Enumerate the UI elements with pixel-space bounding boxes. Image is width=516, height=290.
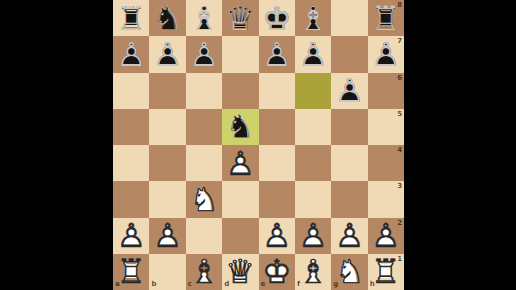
square-a4[interactable]: [113, 145, 149, 181]
square-h6[interactable]: 6: [368, 73, 404, 109]
square-a8[interactable]: ♜♖: [113, 0, 149, 36]
piece-glyph-outline: ♙: [259, 36, 295, 72]
piece-black-bishop[interactable]: ♝♗: [186, 0, 222, 36]
piece-glyph-fill: ♞: [222, 109, 258, 145]
piece-glyph-fill: ♛: [222, 254, 258, 290]
piece-glyph-outline: ♙: [331, 218, 367, 254]
piece-glyph-fill: ♟: [259, 36, 295, 72]
piece-glyph-fill: ♟: [149, 36, 185, 72]
square-a5[interactable]: [113, 109, 149, 145]
square-d8[interactable]: ♛♕: [222, 0, 258, 36]
square-h3[interactable]: 3: [368, 181, 404, 217]
piece-black-knight[interactable]: ♞♘: [149, 0, 185, 36]
piece-glyph-outline: ♙: [186, 36, 222, 72]
square-g4[interactable]: [331, 145, 367, 181]
piece-black-pawn[interactable]: ♟♙: [113, 36, 149, 72]
piece-glyph-outline: ♙: [113, 218, 149, 254]
square-e6[interactable]: [259, 73, 295, 109]
square-g3[interactable]: [331, 181, 367, 217]
square-d5[interactable]: ♞♘: [222, 109, 258, 145]
rank-label-5: 5: [397, 111, 402, 118]
square-c7[interactable]: ♟♙: [186, 36, 222, 72]
square-f3[interactable]: [295, 181, 331, 217]
piece-white-pawn[interactable]: ♟♙: [149, 218, 185, 254]
square-a1[interactable]: ♜♖a: [113, 254, 149, 290]
piece-glyph-outline: ♗: [295, 254, 331, 290]
piece-glyph-outline: ♖: [113, 254, 149, 290]
piece-glyph-fill: ♟: [113, 218, 149, 254]
square-f8[interactable]: ♝♗: [295, 0, 331, 36]
square-c4[interactable]: [186, 145, 222, 181]
piece-glyph-outline: ♙: [113, 36, 149, 72]
piece-glyph-fill: ♟: [259, 218, 295, 254]
piece-glyph-fill: ♞: [186, 181, 222, 217]
square-c1[interactable]: ♝♗c: [186, 254, 222, 290]
piece-glyph-outline: ♔: [259, 0, 295, 36]
piece-glyph-outline: ♙: [149, 218, 185, 254]
piece-glyph-fill: ♟: [368, 36, 404, 72]
piece-glyph-fill: ♟: [222, 145, 258, 181]
square-h7[interactable]: ♟♙7: [368, 36, 404, 72]
piece-glyph-outline: ♙: [259, 218, 295, 254]
piece-glyph-fill: ♟: [295, 36, 331, 72]
piece-black-pawn[interactable]: ♟♙: [186, 36, 222, 72]
square-h1[interactable]: ♜♖h1: [368, 254, 404, 290]
piece-black-pawn[interactable]: ♟♙: [259, 36, 295, 72]
piece-glyph-outline: ♙: [368, 36, 404, 72]
square-a6[interactable]: [113, 73, 149, 109]
square-c2[interactable]: [186, 218, 222, 254]
piece-glyph-outline: ♘: [331, 254, 367, 290]
square-e8[interactable]: ♚♔: [259, 0, 295, 36]
square-b5[interactable]: [149, 109, 185, 145]
piece-black-pawn[interactable]: ♟♙: [331, 73, 367, 109]
piece-black-pawn[interactable]: ♟♙: [368, 36, 404, 72]
square-g2[interactable]: ♟♙: [331, 218, 367, 254]
piece-glyph-fill: ♟: [295, 218, 331, 254]
piece-white-knight[interactable]: ♞♘: [186, 181, 222, 217]
piece-glyph-outline: ♙: [222, 145, 258, 181]
piece-white-pawn[interactable]: ♟♙: [113, 218, 149, 254]
piece-white-pawn[interactable]: ♟♙: [222, 145, 258, 181]
square-h5[interactable]: 5: [368, 109, 404, 145]
piece-glyph-outline: ♙: [331, 73, 367, 109]
piece-white-king[interactable]: ♚♔: [259, 254, 295, 290]
piece-glyph-fill: ♝: [295, 254, 331, 290]
square-f1[interactable]: ♝♗f: [295, 254, 331, 290]
piece-black-pawn[interactable]: ♟♙: [295, 36, 331, 72]
piece-glyph-fill: ♟: [113, 36, 149, 72]
piece-glyph-fill: ♝: [186, 254, 222, 290]
square-f7[interactable]: ♟♙: [295, 36, 331, 72]
letterbox-left: [0, 0, 113, 290]
square-e2[interactable]: ♟♙: [259, 218, 295, 254]
square-b3[interactable]: [149, 181, 185, 217]
piece-glyph-outline: ♖: [368, 254, 404, 290]
piece-glyph-fill: ♛: [222, 0, 258, 36]
piece-black-pawn[interactable]: ♟♙: [149, 36, 185, 72]
square-d3[interactable]: [222, 181, 258, 217]
square-d7[interactable]: [222, 36, 258, 72]
square-b6[interactable]: [149, 73, 185, 109]
piece-black-rook[interactable]: ♜♖: [113, 0, 149, 36]
square-g6[interactable]: ♟♙: [331, 73, 367, 109]
square-e7[interactable]: ♟♙: [259, 36, 295, 72]
square-c8[interactable]: ♝♗: [186, 0, 222, 36]
piece-glyph-outline: ♗: [295, 0, 331, 36]
piece-glyph-outline: ♖: [113, 0, 149, 36]
square-c3[interactable]: ♞♘: [186, 181, 222, 217]
piece-glyph-fill: ♟: [331, 73, 367, 109]
piece-white-knight[interactable]: ♞♘: [331, 254, 367, 290]
piece-glyph-outline: ♘: [222, 109, 258, 145]
square-f6[interactable]: [295, 73, 331, 109]
piece-glyph-fill: ♟: [368, 218, 404, 254]
piece-glyph-fill: ♚: [259, 0, 295, 36]
piece-glyph-outline: ♕: [222, 254, 258, 290]
piece-white-queen[interactable]: ♛♕: [222, 254, 258, 290]
piece-glyph-fill: ♜: [113, 254, 149, 290]
piece-white-bishop[interactable]: ♝♗: [295, 254, 331, 290]
square-f2[interactable]: ♟♙: [295, 218, 331, 254]
square-f4[interactable]: [295, 145, 331, 181]
square-e4[interactable]: [259, 145, 295, 181]
piece-black-bishop[interactable]: ♝♗: [295, 0, 331, 36]
piece-glyph-outline: ♕: [222, 0, 258, 36]
file-label-b: b: [151, 281, 156, 288]
square-a2[interactable]: ♟♙: [113, 218, 149, 254]
rank-label-6: 6: [397, 75, 402, 82]
piece-glyph-fill: ♞: [149, 0, 185, 36]
piece-glyph-outline: ♗: [186, 254, 222, 290]
piece-glyph-fill: ♟: [186, 36, 222, 72]
rank-label-4: 4: [397, 147, 402, 154]
square-g8[interactable]: [331, 0, 367, 36]
piece-black-king[interactable]: ♚♔: [259, 0, 295, 36]
square-d2[interactable]: [222, 218, 258, 254]
square-a3[interactable]: [113, 181, 149, 217]
piece-glyph-fill: ♚: [259, 254, 295, 290]
square-c5[interactable]: [186, 109, 222, 145]
square-c6[interactable]: [186, 73, 222, 109]
piece-white-pawn[interactable]: ♟♙: [259, 218, 295, 254]
square-b2[interactable]: ♟♙: [149, 218, 185, 254]
piece-glyph-fill: ♝: [186, 0, 222, 36]
square-e3[interactable]: [259, 181, 295, 217]
square-g1[interactable]: ♞♘g: [331, 254, 367, 290]
piece-glyph-fill: ♜: [113, 0, 149, 36]
piece-white-rook[interactable]: ♜♖: [113, 254, 149, 290]
square-e5[interactable]: [259, 109, 295, 145]
piece-black-rook[interactable]: ♜♖: [368, 0, 404, 36]
piece-glyph-outline: ♘: [186, 181, 222, 217]
square-f5[interactable]: [295, 109, 331, 145]
piece-glyph-fill: ♞: [331, 254, 367, 290]
square-e1[interactable]: ♚♔e: [259, 254, 295, 290]
video-frame: ♜♖♞♘♝♗♛♕♚♔♝♗♜♖8♟♙♟♙♟♙♟♙♟♙♟♙7♟♙6♞♘5♟♙4♞♘3…: [0, 0, 516, 290]
square-g5[interactable]: [331, 109, 367, 145]
piece-glyph-outline: ♗: [186, 0, 222, 36]
chess-board: ♜♖♞♘♝♗♛♕♚♔♝♗♜♖8♟♙♟♙♟♙♟♙♟♙♟♙7♟♙6♞♘5♟♙4♞♘3…: [113, 0, 404, 290]
piece-white-rook[interactable]: ♜♖: [368, 254, 404, 290]
square-g7[interactable]: [331, 36, 367, 72]
piece-glyph-outline: ♙: [149, 36, 185, 72]
letterbox-right: [404, 0, 516, 290]
rank-label-3: 3: [397, 183, 402, 190]
square-b8[interactable]: ♞♘: [149, 0, 185, 36]
square-b7[interactable]: ♟♙: [149, 36, 185, 72]
piece-glyph-outline: ♘: [149, 0, 185, 36]
piece-glyph-fill: ♜: [368, 0, 404, 36]
square-b1[interactable]: b: [149, 254, 185, 290]
piece-white-pawn[interactable]: ♟♙: [295, 218, 331, 254]
square-h2[interactable]: ♟♙2: [368, 218, 404, 254]
square-d4[interactable]: ♟♙: [222, 145, 258, 181]
square-h4[interactable]: 4: [368, 145, 404, 181]
piece-black-knight[interactable]: ♞♘: [222, 109, 258, 145]
piece-white-pawn[interactable]: ♟♙: [331, 218, 367, 254]
piece-white-bishop[interactable]: ♝♗: [186, 254, 222, 290]
square-h8[interactable]: ♜♖8: [368, 0, 404, 36]
piece-black-queen[interactable]: ♛♕: [222, 0, 258, 36]
square-d1[interactable]: ♛♕d: [222, 254, 258, 290]
square-d6[interactable]: [222, 73, 258, 109]
piece-glyph-outline: ♙: [295, 218, 331, 254]
piece-glyph-fill: ♝: [295, 0, 331, 36]
piece-glyph-outline: ♖: [368, 0, 404, 36]
piece-glyph-outline: ♔: [259, 254, 295, 290]
piece-glyph-outline: ♙: [368, 218, 404, 254]
piece-glyph-outline: ♙: [295, 36, 331, 72]
piece-glyph-fill: ♟: [149, 218, 185, 254]
piece-white-pawn[interactable]: ♟♙: [368, 218, 404, 254]
square-b4[interactable]: [149, 145, 185, 181]
piece-glyph-fill: ♟: [331, 218, 367, 254]
piece-glyph-fill: ♜: [368, 254, 404, 290]
square-a7[interactable]: ♟♙: [113, 36, 149, 72]
